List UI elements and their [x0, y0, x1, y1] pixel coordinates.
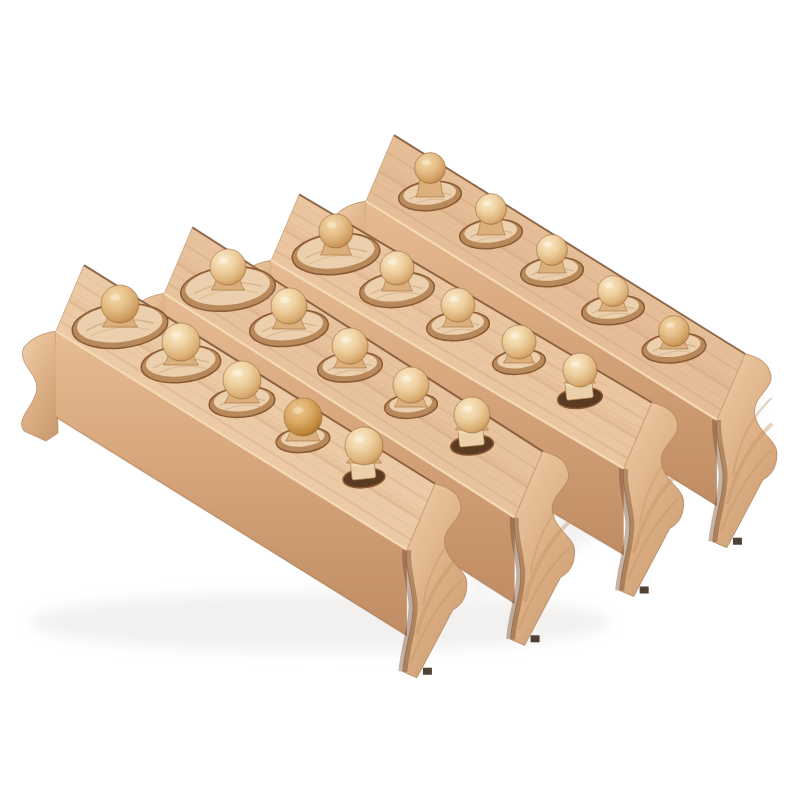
- block-4-back-knob-1: [415, 153, 446, 198]
- end-face-notch: [531, 635, 540, 642]
- end-face-notch: [640, 586, 649, 593]
- block-3-knob-3: [441, 288, 475, 327]
- block-1-front-knob-2: [162, 323, 200, 365]
- block-2-knob-5: [454, 397, 490, 433]
- block-1-front-knob-3: [223, 361, 261, 403]
- block-3-knob-1: [319, 214, 353, 255]
- block-4-back-knob-2: [476, 194, 507, 236]
- end-face-notch: [733, 538, 742, 545]
- block-3-knob-4: [502, 325, 536, 363]
- end-face-notch: [423, 668, 432, 675]
- cylinder-blocks-illustration: [0, 0, 800, 800]
- block-1-front-knob-4: [284, 398, 322, 441]
- block-1-front-knob-5: [345, 427, 383, 465]
- block-4-back-knob-4: [598, 276, 629, 312]
- block-2-knob-4: [393, 367, 429, 407]
- block-3-knob-2: [380, 251, 414, 291]
- block-1-front-knob-1: [101, 285, 139, 327]
- block-2-knob-1: [210, 249, 246, 290]
- block-4-back-knob-3: [537, 235, 568, 274]
- block-3-knob-5: [563, 353, 597, 387]
- product-photo-montessori-cylinder-blocks: [0, 0, 800, 800]
- block-2-knob-2: [271, 288, 307, 329]
- block-2-knob-3: [332, 328, 368, 368]
- block-4-back-knob-5: [659, 316, 690, 350]
